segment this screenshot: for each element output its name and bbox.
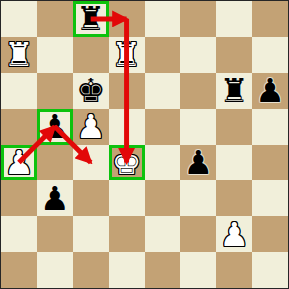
square-e5[interactable] <box>145 109 181 145</box>
piece-black-rook[interactable]: ♜ <box>219 74 249 107</box>
square-c6[interactable]: ♚ <box>73 73 109 109</box>
piece-black-king[interactable]: ♚ <box>76 74 106 107</box>
square-d3[interactable] <box>109 180 145 216</box>
square-d5[interactable] <box>109 109 145 145</box>
square-f5[interactable] <box>180 109 216 145</box>
square-c1[interactable] <box>73 252 109 288</box>
square-c3[interactable] <box>73 180 109 216</box>
square-f1[interactable] <box>180 252 216 288</box>
square-e1[interactable] <box>145 252 181 288</box>
square-b8[interactable] <box>37 1 73 37</box>
square-h1[interactable] <box>252 252 288 288</box>
square-f4[interactable]: ♟ <box>180 145 216 181</box>
square-a8[interactable] <box>1 1 37 37</box>
square-a5[interactable] <box>1 109 37 145</box>
square-h5[interactable] <box>252 109 288 145</box>
square-c2[interactable] <box>73 216 109 252</box>
square-h3[interactable] <box>252 180 288 216</box>
square-e2[interactable] <box>145 216 181 252</box>
square-h7[interactable] <box>252 37 288 73</box>
square-g3[interactable] <box>216 180 252 216</box>
square-f8[interactable] <box>180 1 216 37</box>
square-d2[interactable] <box>109 216 145 252</box>
square-g6[interactable]: ♜ <box>216 73 252 109</box>
piece-black-pawn[interactable]: ♟ <box>255 74 285 107</box>
chess-board: ♜♜♜♚♜♟♟♟♟♚♟♟♟ <box>0 0 289 289</box>
square-a3[interactable] <box>1 180 37 216</box>
square-c5[interactable]: ♟ <box>73 109 109 145</box>
square-b5[interactable]: ♟ <box>37 109 73 145</box>
square-d1[interactable] <box>109 252 145 288</box>
piece-black-pawn[interactable]: ♟ <box>40 110 70 143</box>
piece-white-pawn[interactable]: ♟ <box>4 146 34 179</box>
square-b1[interactable] <box>37 252 73 288</box>
square-b6[interactable] <box>37 73 73 109</box>
square-d6[interactable] <box>109 73 145 109</box>
square-a1[interactable] <box>1 252 37 288</box>
square-e3[interactable] <box>145 180 181 216</box>
square-a7[interactable]: ♜ <box>1 37 37 73</box>
piece-white-pawn[interactable]: ♟ <box>76 110 106 143</box>
square-e4[interactable] <box>145 145 181 181</box>
square-h8[interactable] <box>252 1 288 37</box>
square-g1[interactable] <box>216 252 252 288</box>
square-d4[interactable]: ♚ <box>109 145 145 181</box>
piece-white-rook[interactable]: ♜ <box>4 38 34 71</box>
square-e7[interactable] <box>145 37 181 73</box>
square-f6[interactable] <box>180 73 216 109</box>
square-a4[interactable]: ♟ <box>1 145 37 181</box>
square-g7[interactable] <box>216 37 252 73</box>
square-b4[interactable] <box>37 145 73 181</box>
square-f3[interactable] <box>180 180 216 216</box>
square-g8[interactable] <box>216 1 252 37</box>
piece-black-rook[interactable]: ♜ <box>76 2 106 35</box>
square-d8[interactable] <box>109 1 145 37</box>
square-b7[interactable] <box>37 37 73 73</box>
square-b2[interactable] <box>37 216 73 252</box>
piece-white-pawn[interactable]: ♟ <box>219 218 249 251</box>
square-e8[interactable] <box>145 1 181 37</box>
piece-white-king[interactable]: ♚ <box>112 146 142 179</box>
square-h6[interactable]: ♟ <box>252 73 288 109</box>
square-f2[interactable] <box>180 216 216 252</box>
square-f7[interactable] <box>180 37 216 73</box>
square-d7[interactable]: ♜ <box>109 37 145 73</box>
square-c7[interactable] <box>73 37 109 73</box>
square-c8[interactable]: ♜ <box>73 1 109 37</box>
piece-white-rook[interactable]: ♜ <box>112 38 142 71</box>
square-b3[interactable]: ♟ <box>37 180 73 216</box>
piece-black-pawn[interactable]: ♟ <box>40 182 70 215</box>
square-g4[interactable] <box>216 145 252 181</box>
square-g5[interactable] <box>216 109 252 145</box>
square-e6[interactable] <box>145 73 181 109</box>
square-h2[interactable] <box>252 216 288 252</box>
piece-black-pawn[interactable]: ♟ <box>184 146 214 179</box>
square-a2[interactable] <box>1 216 37 252</box>
square-g2[interactable]: ♟ <box>216 216 252 252</box>
square-h4[interactable] <box>252 145 288 181</box>
square-a6[interactable] <box>1 73 37 109</box>
square-c4[interactable] <box>73 145 109 181</box>
